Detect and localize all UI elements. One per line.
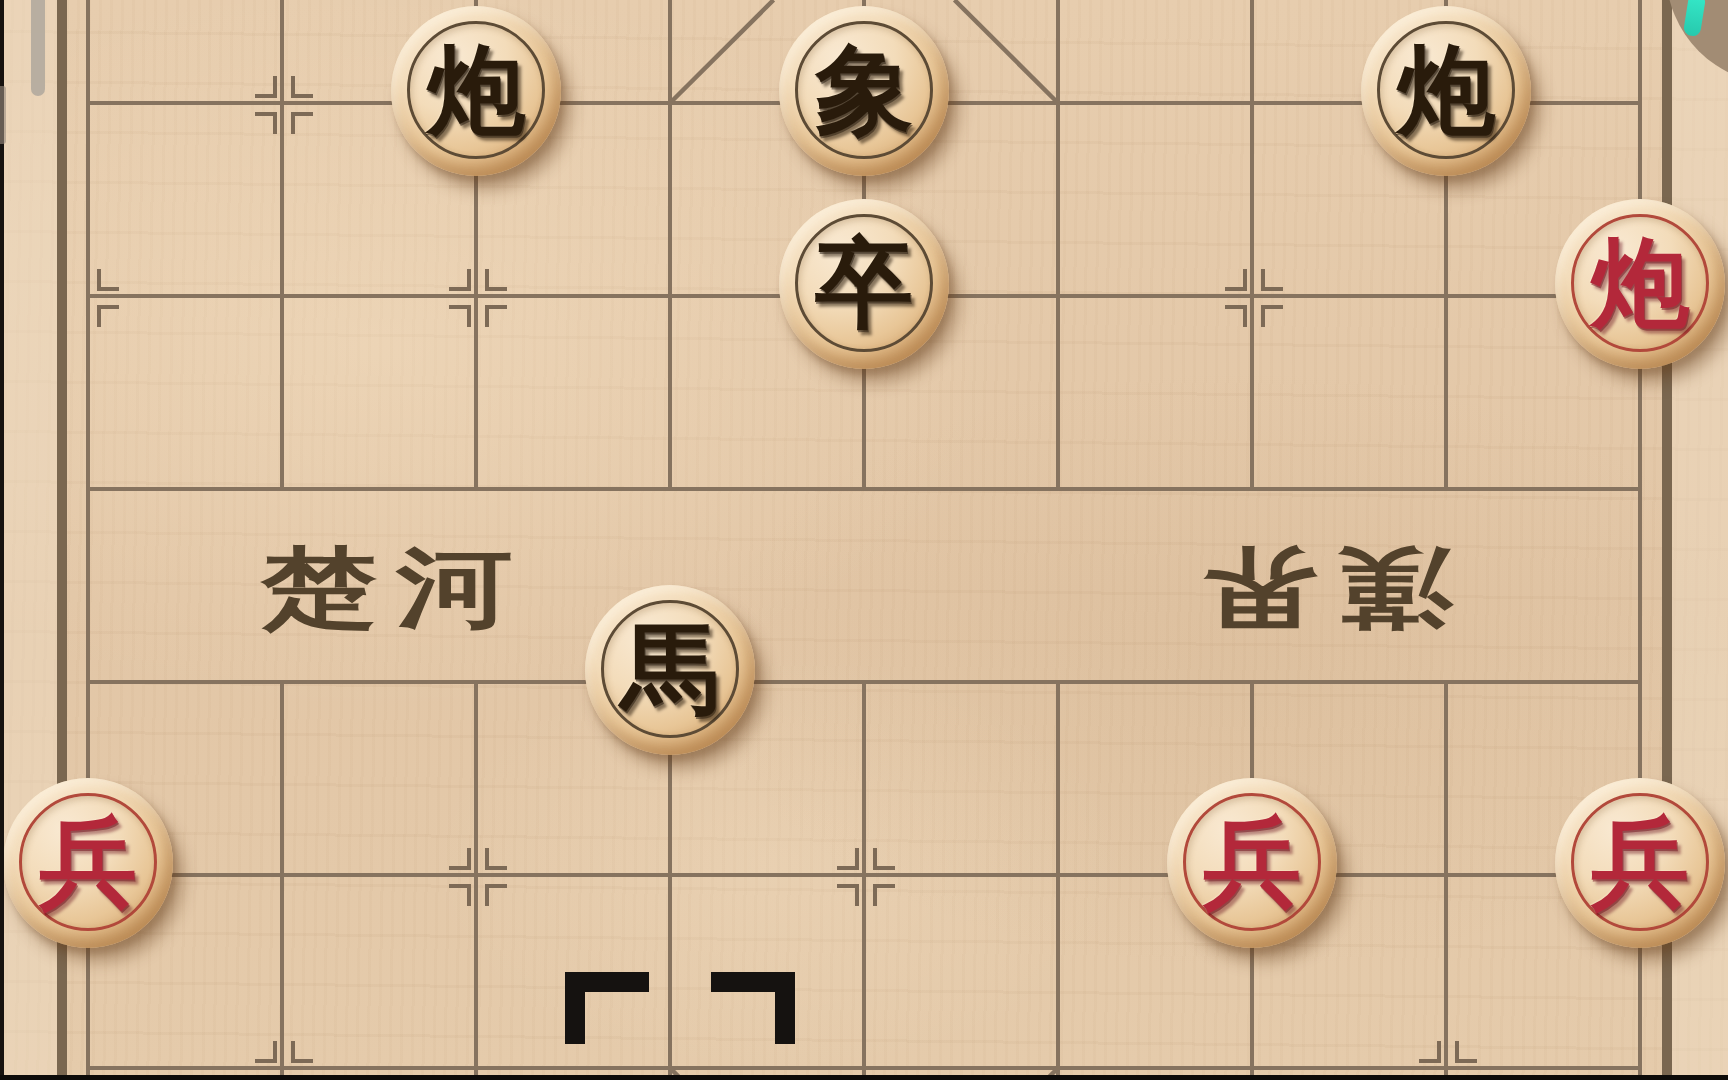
star-point-6-3-tr [1261,269,1283,291]
star-point-1-2-tr [291,76,313,98]
star-point-6-3-tl [1225,269,1247,291]
star-point-1-2-br [291,112,313,134]
star-point-2-6-br [485,884,507,906]
star-point-4-6-tr [873,848,895,870]
river-label-right: 漢界 [1183,541,1453,635]
piece-character: 兵 [1555,778,1725,948]
piece-character: 馬 [585,585,755,755]
star-point-2-3-br [485,305,507,327]
piece-black-cannon-left[interactable]: 炮 [391,6,561,176]
screen-edge-left [0,0,4,1080]
star-point-4-6-br [873,884,895,906]
scrollbar-thumb[interactable] [31,0,45,96]
piece-character: 兵 [1167,778,1337,948]
star-point-7-7-tr [1455,1041,1477,1063]
star-point-2-3-bl [449,305,471,327]
piece-character: 炮 [1361,6,1531,176]
star-point-2-6-tr [485,848,507,870]
star-point-2-3-tr [485,269,507,291]
star-point-1-2-bl [255,112,277,134]
piece-red-cannon[interactable]: 炮 [1555,199,1725,369]
star-point-4-6-tl [837,848,859,870]
star-point-1-7-tl [255,1041,277,1063]
piece-character: 炮 [391,6,561,176]
piece-red-soldier-b[interactable]: 兵 [1167,778,1337,948]
piece-black-soldier[interactable]: 卒 [779,199,949,369]
xiangqi-board[interactable]: 楚河 漢界 炮象炮卒炮馬兵兵兵 [0,0,1728,1080]
piece-red-soldier-a[interactable]: 兵 [3,778,173,948]
piece-character: 炮 [1555,199,1725,369]
star-point-0-3-br [97,305,119,327]
star-point-0-3-tr [97,269,119,291]
piece-black-cannon-right[interactable]: 炮 [1361,6,1531,176]
screen-edge-bottom [0,1075,1728,1080]
teal-indicator-icon [1683,0,1706,37]
star-point-6-3-bl [1225,305,1247,327]
screen-edge-notch [0,86,6,144]
star-point-1-7-tr [291,1041,313,1063]
move-bracket-tr [711,972,795,1044]
piece-character: 兵 [3,778,173,948]
piece-black-horse[interactable]: 馬 [585,585,755,755]
star-point-2-6-bl [449,884,471,906]
star-point-7-7-tl [1419,1041,1441,1063]
river-label-left: 楚河 [261,541,531,635]
star-point-2-6-tl [449,848,471,870]
star-point-1-2-tl [255,76,277,98]
piece-character: 卒 [779,199,949,369]
star-point-6-3-br [1261,305,1283,327]
piece-black-elephant[interactable]: 象 [779,6,949,176]
star-point-2-3-tl [449,269,471,291]
piece-character: 象 [779,6,949,176]
piece-red-soldier-c[interactable]: 兵 [1555,778,1725,948]
star-point-4-6-bl [837,884,859,906]
move-bracket-tl [565,972,649,1044]
